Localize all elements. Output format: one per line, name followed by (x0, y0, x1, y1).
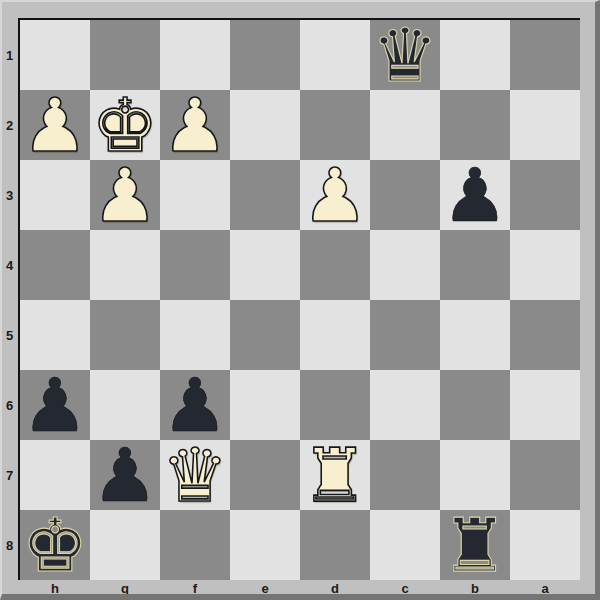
rank-label-4: 4 (2, 230, 17, 300)
square-g4[interactable] (90, 230, 160, 300)
square-g7[interactable]: ♟ (90, 440, 160, 510)
square-g1[interactable] (90, 20, 160, 90)
black-king: ♚ (22, 510, 88, 580)
square-a8[interactable] (510, 510, 580, 580)
square-a5[interactable] (510, 300, 580, 370)
rank-label-5: 5 (2, 300, 17, 370)
square-b2[interactable] (440, 90, 510, 160)
square-e7[interactable] (230, 440, 300, 510)
rank-label-1: 1 (2, 20, 17, 90)
square-h1[interactable] (20, 20, 90, 90)
square-g6[interactable] (90, 370, 160, 440)
square-c8[interactable] (370, 510, 440, 580)
square-d1[interactable] (300, 20, 370, 90)
chess-board: ♛♟♚♟♟♟♟♟♟♟♛♜♚♜ (20, 20, 580, 580)
square-c6[interactable] (370, 370, 440, 440)
square-f8[interactable] (160, 510, 230, 580)
square-d2[interactable] (300, 90, 370, 160)
black-pawn: ♟ (162, 370, 228, 440)
square-d8[interactable] (300, 510, 370, 580)
square-f5[interactable] (160, 300, 230, 370)
rank-label-7: 7 (2, 440, 17, 510)
square-b4[interactable] (440, 230, 510, 300)
square-f4[interactable] (160, 230, 230, 300)
black-pawn: ♟ (92, 440, 158, 510)
square-b3[interactable]: ♟ (440, 160, 510, 230)
white-pawn: ♟ (22, 90, 88, 160)
square-d3[interactable]: ♟ (300, 160, 370, 230)
square-b7[interactable] (440, 440, 510, 510)
square-f7[interactable]: ♛ (160, 440, 230, 510)
square-e2[interactable] (230, 90, 300, 160)
square-d4[interactable] (300, 230, 370, 300)
chess-board-frame: ♛♟♚♟♟♟♟♟♟♟♛♜♚♜ 12345678 hgfedcba (0, 0, 600, 600)
square-c3[interactable] (370, 160, 440, 230)
file-label-d: d (300, 580, 370, 597)
square-e8[interactable] (230, 510, 300, 580)
black-pawn: ♟ (22, 370, 88, 440)
square-g8[interactable] (90, 510, 160, 580)
file-label-h: h (20, 580, 90, 597)
square-d5[interactable] (300, 300, 370, 370)
square-b8[interactable]: ♜ (440, 510, 510, 580)
white-rook: ♜ (302, 440, 368, 510)
square-e4[interactable] (230, 230, 300, 300)
square-e1[interactable] (230, 20, 300, 90)
rank-label-2: 2 (2, 90, 17, 160)
square-g2[interactable]: ♚ (90, 90, 160, 160)
square-c2[interactable] (370, 90, 440, 160)
square-h6[interactable]: ♟ (20, 370, 90, 440)
square-f3[interactable] (160, 160, 230, 230)
square-h8[interactable]: ♚ (20, 510, 90, 580)
square-a7[interactable] (510, 440, 580, 510)
square-h5[interactable] (20, 300, 90, 370)
file-label-a: a (510, 580, 580, 597)
file-label-e: e (230, 580, 300, 597)
square-e5[interactable] (230, 300, 300, 370)
file-label-c: c (370, 580, 440, 597)
square-h4[interactable] (20, 230, 90, 300)
square-c1[interactable]: ♛ (370, 20, 440, 90)
black-pawn: ♟ (442, 160, 508, 230)
square-b1[interactable] (440, 20, 510, 90)
rank-label-8: 8 (2, 510, 17, 580)
square-b5[interactable] (440, 300, 510, 370)
square-g3[interactable]: ♟ (90, 160, 160, 230)
square-h7[interactable] (20, 440, 90, 510)
file-label-g: g (90, 580, 160, 597)
square-f6[interactable]: ♟ (160, 370, 230, 440)
square-c7[interactable] (370, 440, 440, 510)
square-d7[interactable]: ♜ (300, 440, 370, 510)
black-queen: ♛ (372, 20, 438, 90)
square-h2[interactable]: ♟ (20, 90, 90, 160)
square-a1[interactable] (510, 20, 580, 90)
file-label-b: b (440, 580, 510, 597)
square-a3[interactable] (510, 160, 580, 230)
white-king: ♚ (92, 90, 158, 160)
square-f1[interactable] (160, 20, 230, 90)
square-c4[interactable] (370, 230, 440, 300)
file-label-f: f (160, 580, 230, 597)
chess-board-border: ♛♟♚♟♟♟♟♟♟♟♛♜♚♜ (18, 18, 580, 580)
square-c5[interactable] (370, 300, 440, 370)
square-e6[interactable] (230, 370, 300, 440)
white-pawn: ♟ (302, 160, 368, 230)
white-pawn: ♟ (92, 160, 158, 230)
rank-label-3: 3 (2, 160, 17, 230)
square-h3[interactable] (20, 160, 90, 230)
square-b6[interactable] (440, 370, 510, 440)
black-rook: ♜ (442, 510, 508, 580)
square-d6[interactable] (300, 370, 370, 440)
square-e3[interactable] (230, 160, 300, 230)
square-a6[interactable] (510, 370, 580, 440)
square-f2[interactable]: ♟ (160, 90, 230, 160)
square-a4[interactable] (510, 230, 580, 300)
white-pawn: ♟ (162, 90, 228, 160)
square-a2[interactable] (510, 90, 580, 160)
square-g5[interactable] (90, 300, 160, 370)
rank-label-6: 6 (2, 370, 17, 440)
white-queen: ♛ (162, 440, 228, 510)
